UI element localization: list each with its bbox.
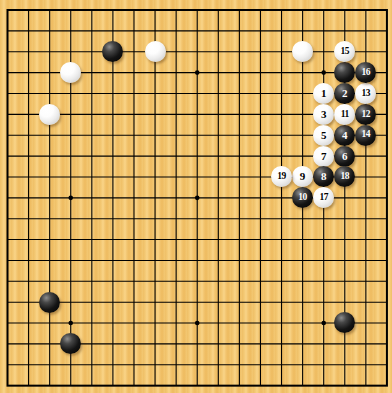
stone-setup-white-H17 [145, 41, 166, 62]
move-number: 5 [321, 130, 327, 141]
stone-move-16-black-S16: 16 [355, 62, 376, 83]
move-number: 11 [341, 110, 349, 120]
move-number: 3 [321, 109, 327, 120]
stone-move-1-white-Q15: 1 [313, 83, 334, 104]
move-number: 7 [321, 151, 327, 162]
move-number: 13 [362, 89, 371, 99]
move-number: 1 [321, 88, 327, 99]
move-number: 15 [341, 47, 350, 57]
stone-setup-black-R4 [334, 312, 355, 333]
stone-move-7-white-Q12: 7 [313, 146, 334, 167]
move-number: 9 [300, 171, 306, 182]
go-board[interactable]: 12345678910111213141516171819 [0, 0, 392, 393]
stone-move-3-white-Q14: 3 [313, 104, 334, 125]
move-number: 14 [362, 130, 371, 140]
stone-setup-white-C14 [39, 104, 60, 125]
stone-move-6-black-R12: 6 [334, 146, 355, 167]
stone-setup-black-C5 [39, 292, 60, 313]
move-number: 10 [298, 193, 307, 203]
stone-move-14-black-S13: 14 [355, 125, 376, 146]
move-number: 8 [321, 171, 327, 182]
move-number: 19 [277, 172, 286, 182]
stone-setup-black-F17 [102, 41, 123, 62]
move-number: 12 [362, 110, 371, 120]
stone-move-15-white-R17: 15 [334, 41, 355, 62]
stone-move-18-black-R11: 18 [334, 166, 355, 187]
stone-move-5-white-Q13: 5 [313, 125, 334, 146]
move-number: 18 [341, 172, 350, 182]
move-number: 2 [342, 88, 348, 99]
stone-move-19-white-O11: 19 [271, 166, 292, 187]
stone-setup-white-D16 [60, 62, 81, 83]
stone-setup-black-R16 [334, 62, 355, 83]
stone-move-13-white-S15: 13 [355, 83, 376, 104]
stone-setup-black-D3 [60, 333, 81, 354]
stone-move-17-white-Q10: 17 [313, 187, 334, 208]
move-number: 17 [319, 193, 328, 203]
stone-move-10-black-P10: 10 [292, 187, 313, 208]
stone-move-11-white-R14: 11 [334, 104, 355, 125]
move-number: 16 [362, 68, 371, 78]
stone-move-2-black-R15: 2 [334, 83, 355, 104]
stone-move-12-black-S14: 12 [355, 104, 376, 125]
stone-move-4-black-R13: 4 [334, 125, 355, 146]
move-number: 4 [342, 130, 348, 141]
stones-layer: 12345678910111213141516171819 [0, 0, 392, 393]
stone-move-9-white-P11: 9 [292, 166, 313, 187]
stone-setup-white-P17 [292, 41, 313, 62]
stone-move-8-black-Q11: 8 [313, 166, 334, 187]
move-number: 6 [342, 151, 348, 162]
